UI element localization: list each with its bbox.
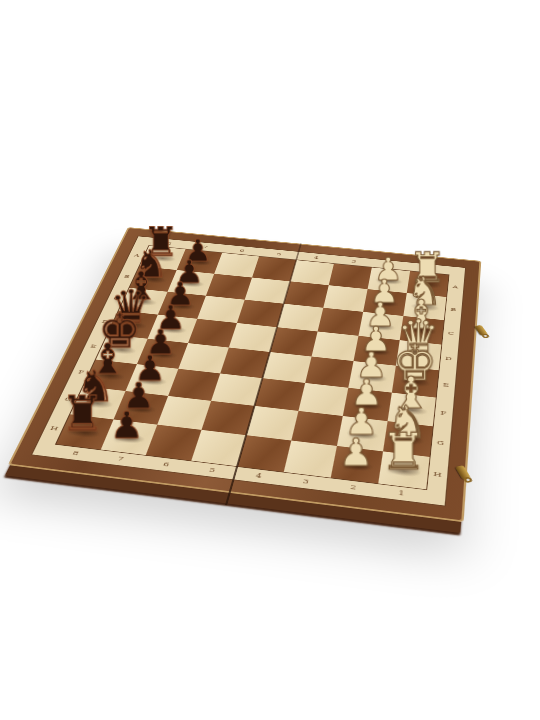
black-rook-h8[interactable]: ♜ <box>59 381 105 438</box>
coord-label: F <box>433 398 454 429</box>
white-rook-h1[interactable]: ♜ <box>380 418 428 477</box>
coord-label: B <box>444 297 463 322</box>
coord-label: A <box>446 275 464 299</box>
board-border: 87654321 87654321 ABCDEFGH ABCDEFGH ♜♟♟♜… <box>31 236 466 507</box>
black-pawn-h7[interactable]: ♟ <box>104 386 150 443</box>
coord-label: C <box>441 320 460 346</box>
product-photo-canvas: 87654321 87654321 ABCDEFGH ABCDEFGH ♜♟♟♜… <box>0 0 540 720</box>
coord-label: D <box>439 345 459 373</box>
board-wooden-rim: 87654321 87654321 ABCDEFGH ABCDEFGH ♜♟♟♜… <box>8 227 481 522</box>
coord-label: E <box>436 370 456 399</box>
chess-board: 87654321 87654321 ABCDEFGH ABCDEFGH ♜♟♟♜… <box>8 227 481 522</box>
coord-label: H <box>426 457 448 492</box>
white-pawn-h2[interactable]: ♟ <box>332 413 379 472</box>
coord-label: G <box>430 426 452 459</box>
